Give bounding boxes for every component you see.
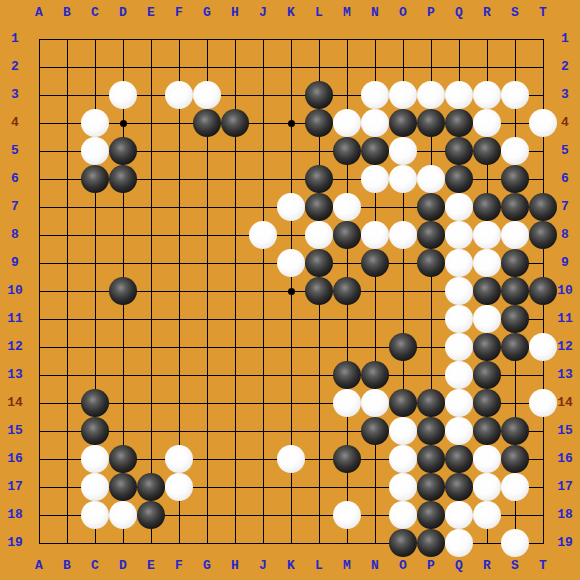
col-label-top: P: [417, 5, 445, 21]
col-label-top: B: [53, 5, 81, 21]
row-label-left: 17: [1, 479, 29, 495]
row-label-right: 15: [551, 423, 579, 439]
row-label-right: 19: [551, 535, 579, 551]
white-stone[interactable]: [445, 193, 473, 221]
col-label-bottom: L: [305, 558, 333, 574]
black-stone[interactable]: [389, 389, 417, 417]
black-stone[interactable]: [137, 501, 165, 529]
black-stone[interactable]: [305, 193, 333, 221]
black-stone[interactable]: [501, 333, 529, 361]
col-label-top: F: [165, 5, 193, 21]
black-stone[interactable]: [417, 389, 445, 417]
black-stone[interactable]: [193, 109, 221, 137]
col-label-bottom: H: [221, 558, 249, 574]
row-label-right: 5: [551, 143, 579, 159]
white-stone[interactable]: [389, 501, 417, 529]
white-stone[interactable]: [501, 221, 529, 249]
star-point: [288, 120, 295, 127]
col-label-bottom: O: [389, 558, 417, 574]
black-stone[interactable]: [417, 445, 445, 473]
white-stone[interactable]: [81, 445, 109, 473]
black-stone[interactable]: [81, 389, 109, 417]
black-stone[interactable]: [501, 249, 529, 277]
row-label-right: 11: [551, 311, 579, 327]
black-stone[interactable]: [137, 473, 165, 501]
white-stone[interactable]: [193, 81, 221, 109]
row-label-right: 9: [551, 255, 579, 271]
black-stone[interactable]: [389, 333, 417, 361]
black-stone[interactable]: [473, 417, 501, 445]
white-stone[interactable]: [417, 81, 445, 109]
row-label-left: 9: [1, 255, 29, 271]
col-label-bottom: B: [53, 558, 81, 574]
black-stone[interactable]: [333, 221, 361, 249]
col-label-bottom: K: [277, 558, 305, 574]
col-label-bottom: A: [25, 558, 53, 574]
white-stone[interactable]: [109, 501, 137, 529]
white-stone[interactable]: [165, 81, 193, 109]
black-stone[interactable]: [417, 473, 445, 501]
white-stone[interactable]: [361, 221, 389, 249]
black-stone[interactable]: [473, 277, 501, 305]
col-label-top: H: [221, 5, 249, 21]
white-stone[interactable]: [473, 445, 501, 473]
black-stone[interactable]: [361, 249, 389, 277]
white-stone[interactable]: [109, 81, 137, 109]
black-stone[interactable]: [473, 137, 501, 165]
white-stone[interactable]: [417, 165, 445, 193]
star-point: [288, 288, 295, 295]
black-stone[interactable]: [109, 277, 137, 305]
row-label-left: 14: [1, 395, 29, 411]
white-stone[interactable]: [445, 277, 473, 305]
col-label-top: T: [529, 5, 557, 21]
col-label-top: N: [361, 5, 389, 21]
black-stone[interactable]: [417, 417, 445, 445]
black-stone[interactable]: [445, 165, 473, 193]
row-label-left: 3: [1, 87, 29, 103]
white-stone[interactable]: [445, 501, 473, 529]
white-stone[interactable]: [473, 221, 501, 249]
black-stone[interactable]: [501, 417, 529, 445]
black-stone[interactable]: [305, 277, 333, 305]
row-label-left: 4: [1, 115, 29, 131]
black-stone[interactable]: [473, 389, 501, 417]
black-stone[interactable]: [333, 137, 361, 165]
white-stone[interactable]: [445, 221, 473, 249]
row-label-left: 11: [1, 311, 29, 327]
white-stone[interactable]: [361, 81, 389, 109]
col-label-top: O: [389, 5, 417, 21]
row-label-left: 18: [1, 507, 29, 523]
white-stone[interactable]: [445, 417, 473, 445]
col-label-top: G: [193, 5, 221, 21]
black-stone[interactable]: [389, 109, 417, 137]
col-label-bottom: F: [165, 558, 193, 574]
white-stone[interactable]: [473, 249, 501, 277]
black-stone[interactable]: [529, 221, 557, 249]
col-label-top: R: [473, 5, 501, 21]
white-stone[interactable]: [389, 81, 417, 109]
white-stone[interactable]: [501, 473, 529, 501]
white-stone[interactable]: [473, 501, 501, 529]
black-stone[interactable]: [417, 249, 445, 277]
black-stone[interactable]: [529, 193, 557, 221]
white-stone[interactable]: [389, 137, 417, 165]
white-stone[interactable]: [165, 445, 193, 473]
white-stone[interactable]: [529, 109, 557, 137]
row-label-right: 18: [551, 507, 579, 523]
white-stone[interactable]: [277, 445, 305, 473]
row-label-right: 13: [551, 367, 579, 383]
row-label-right: 2: [551, 59, 579, 75]
black-stone[interactable]: [333, 277, 361, 305]
col-label-bottom: C: [81, 558, 109, 574]
black-stone[interactable]: [501, 277, 529, 305]
col-label-top: J: [249, 5, 277, 21]
white-stone[interactable]: [473, 109, 501, 137]
col-label-bottom: Q: [445, 558, 473, 574]
white-stone[interactable]: [389, 473, 417, 501]
black-stone[interactable]: [361, 361, 389, 389]
white-stone[interactable]: [389, 165, 417, 193]
row-label-right: 17: [551, 479, 579, 495]
row-label-right: 1: [551, 31, 579, 47]
col-label-top: M: [333, 5, 361, 21]
black-stone[interactable]: [417, 221, 445, 249]
white-stone[interactable]: [529, 389, 557, 417]
black-stone[interactable]: [305, 165, 333, 193]
row-label-left: 16: [1, 451, 29, 467]
star-point: [120, 120, 127, 127]
go-board[interactable]: AABBCCDDEEFFGGHHJJKKLLMMNNOOPPQQRRSSTT11…: [0, 0, 580, 580]
black-stone[interactable]: [417, 109, 445, 137]
black-stone[interactable]: [501, 305, 529, 333]
white-stone[interactable]: [81, 473, 109, 501]
black-stone[interactable]: [109, 165, 137, 193]
white-stone[interactable]: [361, 109, 389, 137]
row-label-left: 2: [1, 59, 29, 75]
row-label-left: 15: [1, 423, 29, 439]
black-stone[interactable]: [109, 137, 137, 165]
white-stone[interactable]: [81, 137, 109, 165]
black-stone[interactable]: [109, 473, 137, 501]
black-stone[interactable]: [305, 81, 333, 109]
row-label-left: 13: [1, 367, 29, 383]
row-label-left: 10: [1, 283, 29, 299]
black-stone[interactable]: [305, 249, 333, 277]
black-stone[interactable]: [221, 109, 249, 137]
row-label-right: 6: [551, 171, 579, 187]
black-stone[interactable]: [417, 501, 445, 529]
black-stone[interactable]: [501, 445, 529, 473]
white-stone[interactable]: [333, 193, 361, 221]
white-stone[interactable]: [165, 473, 193, 501]
white-stone[interactable]: [305, 221, 333, 249]
white-stone[interactable]: [473, 473, 501, 501]
row-label-left: 5: [1, 143, 29, 159]
col-label-top: L: [305, 5, 333, 21]
white-stone[interactable]: [333, 501, 361, 529]
white-stone[interactable]: [529, 333, 557, 361]
col-label-bottom: N: [361, 558, 389, 574]
col-label-bottom: E: [137, 558, 165, 574]
black-stone[interactable]: [361, 417, 389, 445]
white-stone[interactable]: [277, 193, 305, 221]
white-stone[interactable]: [445, 333, 473, 361]
white-stone[interactable]: [389, 417, 417, 445]
row-label-right: 3: [551, 87, 579, 103]
col-label-top: S: [501, 5, 529, 21]
row-label-left: 6: [1, 171, 29, 187]
black-stone[interactable]: [501, 193, 529, 221]
row-label-left: 19: [1, 535, 29, 551]
white-stone[interactable]: [473, 305, 501, 333]
col-label-top: K: [277, 5, 305, 21]
white-stone[interactable]: [389, 445, 417, 473]
black-stone[interactable]: [473, 333, 501, 361]
black-stone[interactable]: [529, 277, 557, 305]
white-stone[interactable]: [473, 81, 501, 109]
col-label-top: Q: [445, 5, 473, 21]
black-stone[interactable]: [473, 193, 501, 221]
row-label-left: 1: [1, 31, 29, 47]
black-stone[interactable]: [445, 445, 473, 473]
col-label-bottom: T: [529, 558, 557, 574]
white-stone[interactable]: [445, 529, 473, 557]
black-stone[interactable]: [417, 193, 445, 221]
black-stone[interactable]: [501, 165, 529, 193]
black-stone[interactable]: [389, 529, 417, 557]
col-label-top: A: [25, 5, 53, 21]
black-stone[interactable]: [109, 445, 137, 473]
white-stone[interactable]: [445, 81, 473, 109]
col-label-bottom: D: [109, 558, 137, 574]
white-stone[interactable]: [445, 305, 473, 333]
black-stone[interactable]: [333, 445, 361, 473]
col-label-bottom: P: [417, 558, 445, 574]
black-stone[interactable]: [81, 417, 109, 445]
white-stone[interactable]: [501, 137, 529, 165]
black-stone[interactable]: [81, 165, 109, 193]
white-stone[interactable]: [501, 529, 529, 557]
white-stone[interactable]: [249, 221, 277, 249]
black-stone[interactable]: [417, 529, 445, 557]
col-label-top: C: [81, 5, 109, 21]
black-stone[interactable]: [333, 361, 361, 389]
row-label-left: 12: [1, 339, 29, 355]
col-label-bottom: M: [333, 558, 361, 574]
white-stone[interactable]: [389, 221, 417, 249]
row-label-right: 16: [551, 451, 579, 467]
col-label-top: D: [109, 5, 137, 21]
black-stone[interactable]: [445, 109, 473, 137]
white-stone[interactable]: [361, 165, 389, 193]
white-stone[interactable]: [81, 109, 109, 137]
row-label-left: 7: [1, 199, 29, 215]
black-stone[interactable]: [473, 361, 501, 389]
white-stone[interactable]: [361, 389, 389, 417]
col-label-bottom: J: [249, 558, 277, 574]
white-stone[interactable]: [333, 109, 361, 137]
white-stone[interactable]: [445, 389, 473, 417]
col-label-top: E: [137, 5, 165, 21]
black-stone[interactable]: [361, 137, 389, 165]
white-stone[interactable]: [445, 361, 473, 389]
black-stone[interactable]: [445, 137, 473, 165]
col-label-bottom: R: [473, 558, 501, 574]
white-stone[interactable]: [333, 389, 361, 417]
black-stone[interactable]: [305, 109, 333, 137]
white-stone[interactable]: [81, 501, 109, 529]
white-stone[interactable]: [501, 81, 529, 109]
col-label-bottom: G: [193, 558, 221, 574]
col-label-bottom: S: [501, 558, 529, 574]
white-stone[interactable]: [277, 249, 305, 277]
white-stone[interactable]: [445, 249, 473, 277]
black-stone[interactable]: [445, 473, 473, 501]
row-label-left: 8: [1, 227, 29, 243]
